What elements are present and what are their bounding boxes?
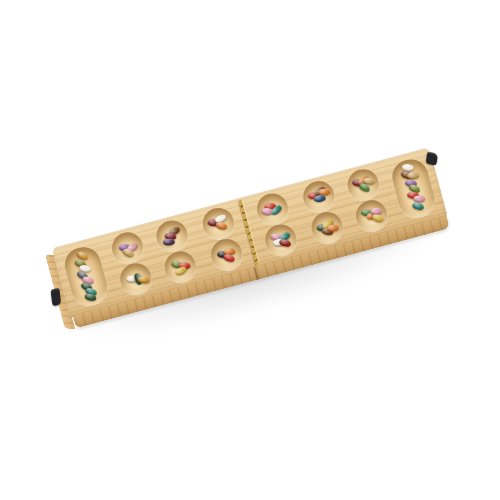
- pink-stone: [413, 195, 425, 202]
- right-latch: [425, 152, 438, 166]
- left-latch: [50, 288, 61, 306]
- product-photo: [0, 0, 500, 500]
